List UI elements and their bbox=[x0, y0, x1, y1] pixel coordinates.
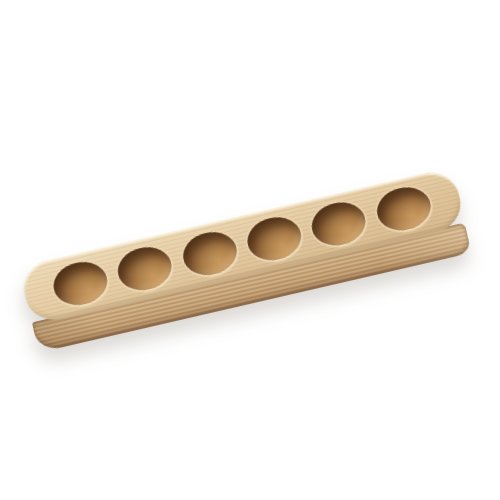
pit-3[interactable] bbox=[179, 227, 241, 280]
pit-1[interactable] bbox=[50, 257, 112, 310]
pit-2[interactable] bbox=[114, 242, 176, 295]
scene bbox=[0, 0, 500, 500]
pit-6[interactable] bbox=[373, 182, 435, 235]
pit-5[interactable] bbox=[308, 197, 370, 250]
mancala-board bbox=[18, 167, 472, 353]
pit-4[interactable] bbox=[243, 212, 305, 265]
